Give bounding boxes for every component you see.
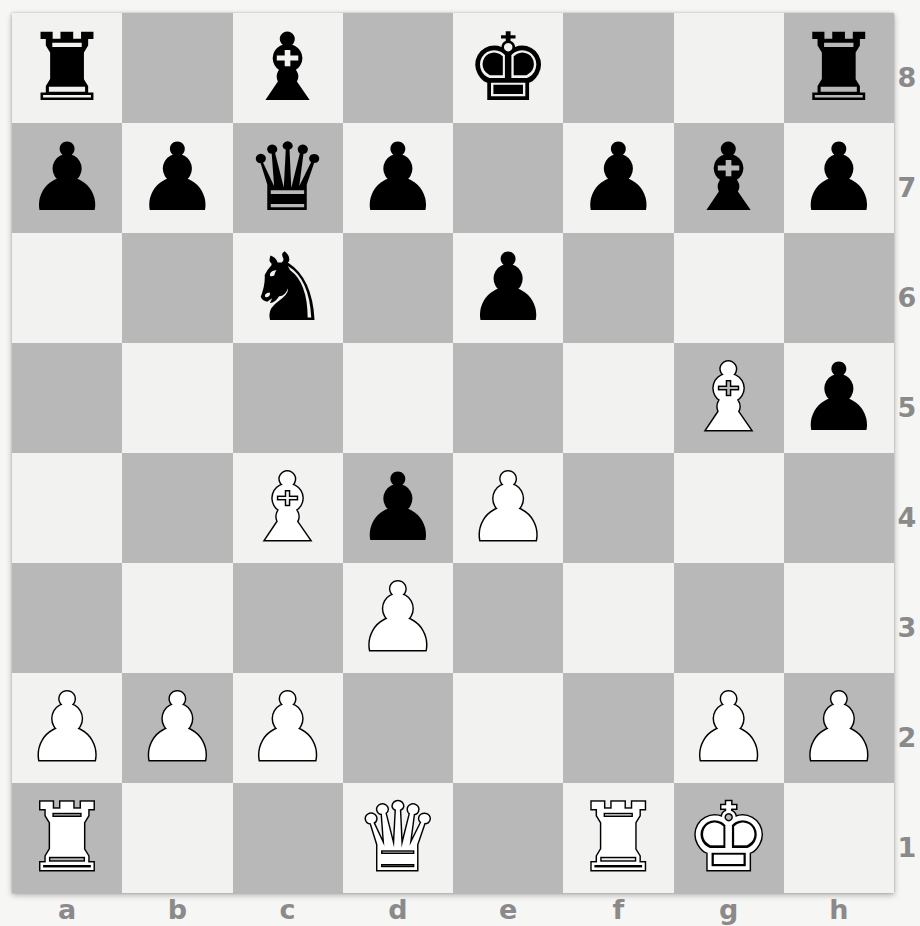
- square-c2[interactable]: ♟: [233, 673, 343, 783]
- rank-label-7: 7: [894, 132, 920, 242]
- black-pawn[interactable]: ♟: [466, 233, 550, 343]
- square-h6[interactable]: [784, 233, 894, 343]
- square-g7[interactable]: ♝: [674, 123, 784, 233]
- square-g3[interactable]: [674, 563, 784, 673]
- square-f4[interactable]: [563, 453, 673, 563]
- white-pawn[interactable]: ♟: [25, 673, 109, 783]
- rank-coordinates: 87654321: [894, 13, 920, 893]
- square-b5[interactable]: [122, 343, 232, 453]
- square-c4[interactable]: ♝: [233, 453, 343, 563]
- square-a2[interactable]: ♟: [12, 673, 122, 783]
- rank-label-1: 1: [894, 792, 920, 902]
- chess-board: ♜♝♚♜♟♟♛♟♟♝♟♞♟♝♟♝♟♟♟♟♟♟♟♟♜♛♜♚: [12, 13, 894, 893]
- black-pawn[interactable]: ♟: [356, 453, 440, 563]
- white-queen[interactable]: ♛: [356, 783, 440, 893]
- square-e5[interactable]: [453, 343, 563, 453]
- square-a3[interactable]: [12, 563, 122, 673]
- rank-label-2: 2: [894, 682, 920, 792]
- square-d4[interactable]: ♟: [343, 453, 453, 563]
- square-c5[interactable]: [233, 343, 343, 453]
- rank-label-4: 4: [894, 462, 920, 572]
- rank-label-5: 5: [894, 352, 920, 462]
- square-b7[interactable]: ♟: [122, 123, 232, 233]
- square-a5[interactable]: [12, 343, 122, 453]
- square-e1[interactable]: [453, 783, 563, 893]
- black-bishop[interactable]: ♝: [686, 123, 770, 233]
- white-rook[interactable]: ♜: [25, 783, 109, 893]
- square-h8[interactable]: ♜: [784, 13, 894, 123]
- square-a4[interactable]: [12, 453, 122, 563]
- file-label-d: d: [343, 893, 453, 926]
- square-g1[interactable]: ♚: [674, 783, 784, 893]
- white-pawn[interactable]: ♟: [797, 673, 881, 783]
- square-d1[interactable]: ♛: [343, 783, 453, 893]
- black-pawn[interactable]: ♟: [25, 123, 109, 233]
- square-d2[interactable]: [343, 673, 453, 783]
- square-h5[interactable]: ♟: [784, 343, 894, 453]
- black-rook[interactable]: ♜: [25, 13, 109, 123]
- white-king[interactable]: ♚: [686, 783, 770, 893]
- square-b6[interactable]: [122, 233, 232, 343]
- square-b3[interactable]: [122, 563, 232, 673]
- square-f2[interactable]: [563, 673, 673, 783]
- rank-label-6: 6: [894, 242, 920, 352]
- black-pawn[interactable]: ♟: [576, 123, 660, 233]
- square-e2[interactable]: [453, 673, 563, 783]
- square-f6[interactable]: [563, 233, 673, 343]
- square-d3[interactable]: ♟: [343, 563, 453, 673]
- square-e8[interactable]: ♚: [453, 13, 563, 123]
- white-pawn[interactable]: ♟: [135, 673, 219, 783]
- square-h4[interactable]: [784, 453, 894, 563]
- square-g2[interactable]: ♟: [674, 673, 784, 783]
- square-e4[interactable]: ♟: [453, 453, 563, 563]
- square-b2[interactable]: ♟: [122, 673, 232, 783]
- square-f5[interactable]: [563, 343, 673, 453]
- square-h2[interactable]: ♟: [784, 673, 894, 783]
- file-label-e: e: [453, 893, 563, 926]
- white-pawn[interactable]: ♟: [356, 563, 440, 673]
- square-c8[interactable]: ♝: [233, 13, 343, 123]
- square-e7[interactable]: [453, 123, 563, 233]
- black-pawn[interactable]: ♟: [797, 123, 881, 233]
- file-label-b: b: [122, 893, 232, 926]
- file-label-g: g: [674, 893, 784, 926]
- square-d8[interactable]: [343, 13, 453, 123]
- square-f1[interactable]: ♜: [563, 783, 673, 893]
- square-g4[interactable]: [674, 453, 784, 563]
- black-rook[interactable]: ♜: [797, 13, 881, 123]
- square-b1[interactable]: [122, 783, 232, 893]
- square-g5[interactable]: ♝: [674, 343, 784, 453]
- black-knight[interactable]: ♞: [245, 233, 329, 343]
- square-a1[interactable]: ♜: [12, 783, 122, 893]
- square-c7[interactable]: ♛: [233, 123, 343, 233]
- rank-label-8: 8: [894, 22, 920, 132]
- file-label-f: f: [563, 893, 673, 926]
- square-c1[interactable]: [233, 783, 343, 893]
- white-pawn[interactable]: ♟: [245, 673, 329, 783]
- square-d5[interactable]: [343, 343, 453, 453]
- square-a8[interactable]: ♜: [12, 13, 122, 123]
- white-bishop[interactable]: ♝: [686, 343, 770, 453]
- square-b8[interactable]: [122, 13, 232, 123]
- square-f3[interactable]: [563, 563, 673, 673]
- file-label-h: h: [784, 893, 894, 926]
- file-label-a: a: [12, 893, 122, 926]
- black-king[interactable]: ♚: [466, 13, 550, 123]
- square-c3[interactable]: [233, 563, 343, 673]
- square-d6[interactable]: [343, 233, 453, 343]
- square-f7[interactable]: ♟: [563, 123, 673, 233]
- square-d7[interactable]: ♟: [343, 123, 453, 233]
- square-a6[interactable]: [12, 233, 122, 343]
- square-e3[interactable]: [453, 563, 563, 673]
- file-coordinates: abcdefgh: [12, 893, 894, 926]
- square-c6[interactable]: ♞: [233, 233, 343, 343]
- square-h3[interactable]: [784, 563, 894, 673]
- square-f8[interactable]: [563, 13, 673, 123]
- white-rook[interactable]: ♜: [576, 783, 660, 893]
- square-b4[interactable]: [122, 453, 232, 563]
- white-pawn[interactable]: ♟: [686, 673, 770, 783]
- black-pawn[interactable]: ♟: [797, 343, 881, 453]
- square-h7[interactable]: ♟: [784, 123, 894, 233]
- square-g8[interactable]: [674, 13, 784, 123]
- black-pawn[interactable]: ♟: [135, 123, 219, 233]
- square-h1[interactable]: [784, 783, 894, 893]
- square-e6[interactable]: ♟: [453, 233, 563, 343]
- square-g6[interactable]: [674, 233, 784, 343]
- white-bishop[interactable]: ♝: [245, 453, 329, 563]
- black-pawn[interactable]: ♟: [356, 123, 440, 233]
- square-a7[interactable]: ♟: [12, 123, 122, 233]
- black-queen[interactable]: ♛: [245, 123, 329, 233]
- white-pawn[interactable]: ♟: [466, 453, 550, 563]
- file-label-c: c: [233, 893, 343, 926]
- rank-label-3: 3: [894, 572, 920, 682]
- black-bishop[interactable]: ♝: [245, 13, 329, 123]
- chess-diagram: ♜♝♚♜♟♟♛♟♟♝♟♞♟♝♟♝♟♟♟♟♟♟♟♟♜♛♜♚ 87654321 ab…: [0, 0, 920, 926]
